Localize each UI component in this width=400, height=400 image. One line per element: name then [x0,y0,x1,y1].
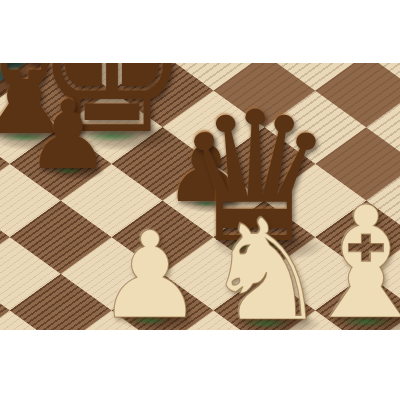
piece-light-bishop-g7[interactable]: ♝ [266,186,400,330]
letterbox-bottom [0,330,400,400]
photo-strip: ♝♚♟♟♛♟♞♝ [0,63,400,330]
letterbox-top [0,0,400,63]
product-photo: { "game": "chess", "description": "Lette… [0,0,400,400]
